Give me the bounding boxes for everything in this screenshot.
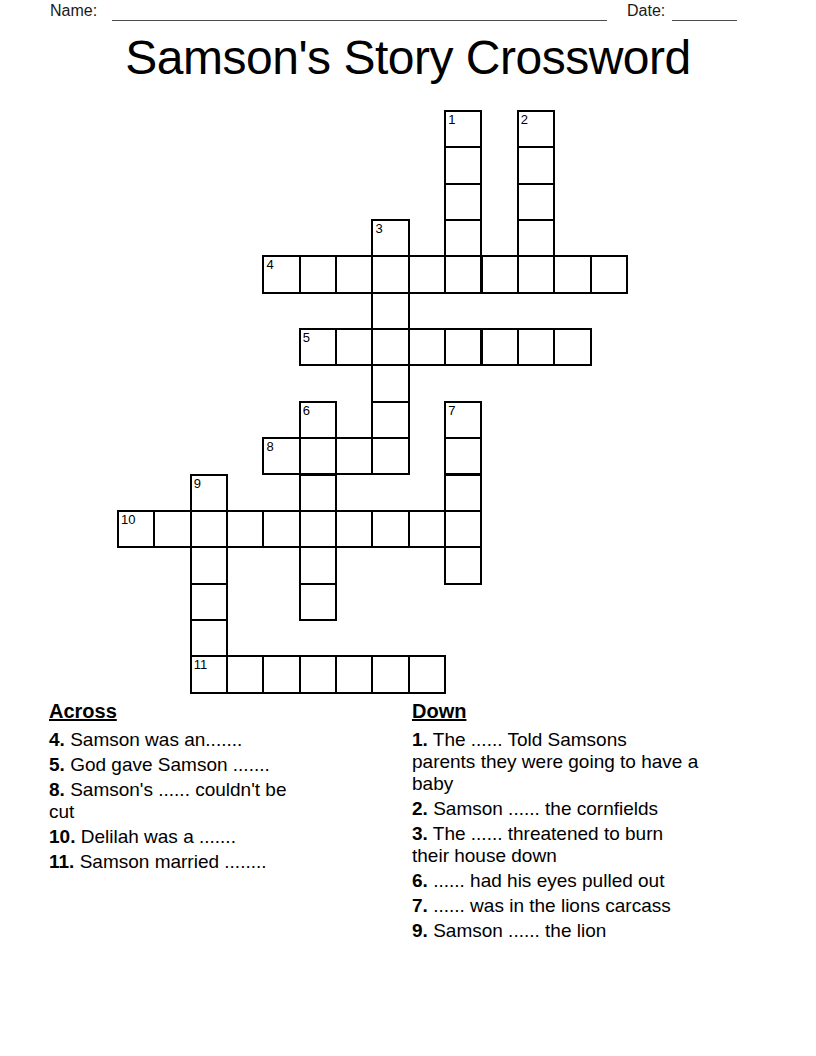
cell-number-5: 5	[303, 330, 310, 345]
grid-cell-r15c7[interactable]	[371, 655, 409, 693]
grid-cell-r9c7[interactable]	[371, 437, 409, 475]
clue-number: 10.	[49, 826, 75, 847]
grid-cell-r6c9[interactable]	[444, 328, 482, 366]
cell-number-1: 1	[448, 112, 455, 127]
across-clue-list: 4. Samson was an.......5. God gave Samso…	[49, 729, 361, 873]
clue-number: 6.	[412, 870, 428, 891]
grid-cell-r8c5[interactable]: 6	[299, 401, 337, 439]
grid-cell-r11c8[interactable]	[408, 510, 446, 548]
grid-cell-r4c7[interactable]	[371, 255, 409, 293]
cell-number-11: 11	[194, 657, 208, 672]
grid-cell-r4c6[interactable]	[335, 255, 373, 293]
grid-cell-r15c6[interactable]	[335, 655, 373, 693]
page-title: Samson's Story Crossword	[0, 33, 816, 83]
grid-cell-r15c3[interactable]	[226, 655, 264, 693]
grid-cell-r13c5[interactable]	[299, 583, 337, 621]
crossword-grid: 1234567891011	[117, 110, 628, 694]
clue-text: ...... had his eyes pulled out	[428, 870, 665, 891]
down-heading: Down	[412, 700, 770, 722]
clue-text: Samson married ........	[74, 851, 266, 872]
grid-cell-r15c2[interactable]: 11	[190, 655, 228, 693]
cell-number-8: 8	[266, 439, 273, 454]
grid-cell-r15c8[interactable]	[408, 655, 446, 693]
down-clue-6: 6. ...... had his eyes pulled out	[412, 870, 770, 892]
clue-number: 9.	[412, 920, 428, 941]
name-line[interactable]	[112, 0, 607, 21]
grid-cell-r12c9[interactable]	[444, 546, 482, 584]
name-label: Name:	[50, 2, 97, 20]
down-clue-9: 9. Samson ...... the lion	[412, 920, 770, 942]
grid-cell-r9c5[interactable]	[299, 437, 337, 475]
grid-cell-r4c11[interactable]	[517, 255, 555, 293]
worksheet-page: Name: Date: Samson's Story Crossword 123…	[0, 0, 816, 1056]
grid-cell-r4c12[interactable]	[553, 255, 591, 293]
clue-number: 3.	[412, 823, 428, 844]
grid-cell-r9c9[interactable]	[444, 437, 482, 475]
grid-cell-r4c13[interactable]	[590, 255, 628, 293]
across-clue-8: 8. Samson's ...... couldn't be cut	[49, 779, 361, 823]
clue-text: The ...... threatened to burn their hous…	[412, 823, 663, 866]
grid-cell-r11c3[interactable]	[226, 510, 264, 548]
cell-number-2: 2	[521, 112, 528, 127]
grid-cell-r15c4[interactable]	[262, 655, 300, 693]
clue-text: The ...... Told Samsons parents they wer…	[412, 729, 698, 794]
grid-cell-r9c6[interactable]	[335, 437, 373, 475]
down-clue-2: 2. Samson ...... the cornfields	[412, 798, 770, 820]
across-heading: Across	[49, 700, 361, 722]
grid-cell-r4c10[interactable]	[481, 255, 519, 293]
clue-text: Delilah was a .......	[75, 826, 236, 847]
grid-cell-r6c8[interactable]	[408, 328, 446, 366]
across-clue-10: 10. Delilah was a .......	[49, 826, 361, 848]
grid-cell-r9c4[interactable]: 8	[262, 437, 300, 475]
across-clues-section: Across 4. Samson was an.......5. God gav…	[49, 700, 361, 876]
grid-cell-r6c6[interactable]	[335, 328, 373, 366]
grid-cell-r6c12[interactable]	[553, 328, 591, 366]
clue-text: Samson's ...... couldn't be cut	[49, 779, 287, 822]
grid-cell-r3c9[interactable]	[444, 219, 482, 257]
grid-cell-r10c2[interactable]: 9	[190, 474, 228, 512]
across-clue-5: 5. God gave Samson .......	[49, 754, 361, 776]
grid-cell-r5c7[interactable]	[371, 292, 409, 330]
cell-number-3: 3	[375, 221, 382, 236]
clue-number: 8.	[49, 779, 65, 800]
grid-cell-r12c2[interactable]	[190, 546, 228, 584]
down-clue-list: 1. The ...... Told Samsons parents they …	[412, 729, 770, 942]
grid-cell-r7c7[interactable]	[371, 364, 409, 402]
grid-cell-r10c9[interactable]	[444, 474, 482, 512]
grid-cell-r10c5[interactable]	[299, 474, 337, 512]
grid-cell-r0c9[interactable]: 1	[444, 110, 482, 148]
grid-cell-r12c5[interactable]	[299, 546, 337, 584]
cell-number-10: 10	[121, 512, 135, 527]
cell-number-7: 7	[448, 403, 455, 418]
grid-cell-r4c8[interactable]	[408, 255, 446, 293]
clue-number: 4.	[49, 729, 65, 750]
grid-cell-r1c11[interactable]	[517, 146, 555, 184]
down-clue-3: 3. The ...... threatened to burn their h…	[412, 823, 770, 867]
grid-cell-r11c1[interactable]	[153, 510, 191, 548]
grid-cell-r3c11[interactable]	[517, 219, 555, 257]
grid-cell-r11c9[interactable]	[444, 510, 482, 548]
grid-cell-r0c11[interactable]: 2	[517, 110, 555, 148]
clue-text: ...... was in the lions carcass	[428, 895, 671, 916]
grid-cell-r11c5[interactable]	[299, 510, 337, 548]
clue-text: God gave Samson .......	[65, 754, 270, 775]
date-label: Date:	[627, 2, 665, 20]
cell-number-9: 9	[194, 476, 201, 491]
cell-number-4: 4	[266, 257, 273, 272]
clue-text: Samson ...... the cornfields	[428, 798, 658, 819]
grid-cell-r15c5[interactable]	[299, 655, 337, 693]
cell-number-6: 6	[303, 403, 310, 418]
clue-number: 11.	[49, 851, 74, 872]
down-clue-1: 1. The ...... Told Samsons parents they …	[412, 729, 770, 795]
grid-cell-r4c9[interactable]	[444, 255, 482, 293]
grid-cell-r2c11[interactable]	[517, 183, 555, 221]
grid-cell-r4c4[interactable]: 4	[262, 255, 300, 293]
grid-cell-r6c11[interactable]	[517, 328, 555, 366]
grid-cell-r11c4[interactable]	[262, 510, 300, 548]
down-clues-section: Down 1. The ...... Told Samsons parents …	[412, 700, 770, 945]
grid-cell-r6c5[interactable]: 5	[299, 328, 337, 366]
clue-number: 5.	[49, 754, 65, 775]
clue-number: 1.	[412, 729, 428, 750]
grid-cell-r13c2[interactable]	[190, 583, 228, 621]
grid-cell-r3c7[interactable]: 3	[371, 219, 409, 257]
grid-cell-r11c2[interactable]	[190, 510, 228, 548]
grid-cell-r6c10[interactable]	[481, 328, 519, 366]
grid-cell-r14c2[interactable]	[190, 619, 228, 657]
clue-text: Samson was an.......	[65, 729, 242, 750]
grid-cell-r8c7[interactable]	[371, 401, 409, 439]
grid-cell-r4c5[interactable]	[299, 255, 337, 293]
grid-cell-r8c9[interactable]: 7	[444, 401, 482, 439]
grid-cell-r11c6[interactable]	[335, 510, 373, 548]
clue-text: Samson ...... the lion	[428, 920, 606, 941]
grid-cell-r1c9[interactable]	[444, 146, 482, 184]
grid-cell-r11c0[interactable]: 10	[117, 510, 155, 548]
grid-cell-r6c7[interactable]	[371, 328, 409, 366]
down-clue-7: 7. ...... was in the lions carcass	[412, 895, 770, 917]
grid-cell-r11c7[interactable]	[371, 510, 409, 548]
across-clue-11: 11. Samson married ........	[49, 851, 361, 873]
clue-number: 2.	[412, 798, 428, 819]
across-clue-4: 4. Samson was an.......	[49, 729, 361, 751]
clue-number: 7.	[412, 895, 428, 916]
grid-cell-r2c9[interactable]	[444, 183, 482, 221]
date-line[interactable]	[672, 0, 737, 21]
